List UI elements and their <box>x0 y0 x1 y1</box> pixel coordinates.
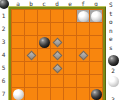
board-cell-a6[interactable] <box>12 75 24 87</box>
panel-title-letter: o <box>109 18 113 27</box>
board-cell-a3[interactable] <box>12 36 24 48</box>
board-cell-b1[interactable] <box>25 10 37 22</box>
board-cell-d3[interactable] <box>51 36 63 48</box>
row-label-4: 4 <box>0 49 7 61</box>
diamond-marker <box>52 37 62 47</box>
board-cell-e6[interactable] <box>64 75 76 87</box>
board-cell-a5[interactable] <box>12 62 24 74</box>
row-label-7: 7 <box>0 88 7 100</box>
black-stone[interactable] <box>91 89 102 100</box>
board-cell-f4[interactable] <box>77 49 89 61</box>
board-cell-f6[interactable] <box>77 75 89 87</box>
board-cell-a4[interactable] <box>12 49 24 61</box>
board-cell-d1[interactable] <box>51 10 63 22</box>
board-cell-g4[interactable] <box>90 49 102 61</box>
panel-title: Stones <box>109 1 113 53</box>
board-cell-e3[interactable] <box>64 36 76 48</box>
board-cell-g3[interactable] <box>90 36 102 48</box>
diamond-marker <box>78 50 88 60</box>
diamond-marker <box>52 63 62 73</box>
diamond-marker <box>26 50 36 60</box>
row-label-2: 2 <box>0 23 7 35</box>
board-cell-b5[interactable] <box>25 62 37 74</box>
panel-title-letter: s <box>109 44 113 53</box>
board-cell-g2[interactable] <box>90 23 102 35</box>
board-cell-b4[interactable] <box>25 49 37 61</box>
game-board <box>8 6 106 100</box>
board-cell-d2[interactable] <box>51 23 63 35</box>
board-cell-f1[interactable] <box>77 10 89 22</box>
panel-title-letter: n <box>109 27 113 36</box>
board-grid <box>11 9 103 100</box>
board-cell-e5[interactable] <box>64 62 76 74</box>
black-ball-icon <box>108 55 119 66</box>
board-cell-d6[interactable] <box>51 75 63 87</box>
white-stone[interactable] <box>13 89 24 100</box>
board-cell-c4[interactable] <box>38 49 50 61</box>
panel-title-letter: e <box>109 35 113 44</box>
row-label-1: 1 <box>0 10 7 22</box>
board-cell-a7[interactable] <box>12 88 24 100</box>
board-cell-c6[interactable] <box>38 75 50 87</box>
board-cell-a2[interactable] <box>12 23 24 35</box>
board-cell-e1[interactable] <box>64 10 76 22</box>
board-cell-d7[interactable] <box>51 88 63 100</box>
board-cell-d5[interactable] <box>51 62 63 74</box>
board-cell-b2[interactable] <box>25 23 37 35</box>
game-window: abcdefg 1234567 Stones 2 3 <box>0 0 120 100</box>
board-cell-b7[interactable] <box>25 88 37 100</box>
board-cell-c2[interactable] <box>38 23 50 35</box>
board-cell-f7[interactable] <box>77 88 89 100</box>
board-cell-c1[interactable] <box>38 10 50 22</box>
black-stone[interactable] <box>39 37 50 48</box>
board-cell-a1[interactable] <box>12 10 24 22</box>
board-cell-c3[interactable] <box>38 36 50 48</box>
board-cell-g1[interactable] <box>90 10 102 22</box>
row-label-5: 5 <box>0 62 7 74</box>
board-cell-c7[interactable] <box>38 88 50 100</box>
board-cell-g6[interactable] <box>90 75 102 87</box>
panel-title-letter: S <box>109 1 113 10</box>
board-cell-e2[interactable] <box>64 23 76 35</box>
row-label-3: 3 <box>0 36 7 48</box>
board-cell-e4[interactable] <box>64 49 76 61</box>
white-stone[interactable] <box>78 11 89 22</box>
stones-side-panel: Stones 2 3 <box>106 0 120 100</box>
white-stone[interactable] <box>91 11 102 22</box>
board-cell-f3[interactable] <box>77 36 89 48</box>
board-cell-g5[interactable] <box>90 62 102 74</box>
board-cell-g7[interactable] <box>90 88 102 100</box>
white-ball-icon <box>108 76 119 87</box>
board-cell-c5[interactable] <box>38 62 50 74</box>
board-cell-e7[interactable] <box>64 88 76 100</box>
board-cell-b3[interactable] <box>25 36 37 48</box>
diamond-marker <box>52 50 62 60</box>
board-cell-f2[interactable] <box>77 23 89 35</box>
board-cell-d4[interactable] <box>51 49 63 61</box>
black-stone-count: 2 <box>106 67 120 74</box>
board-cell-b6[interactable] <box>25 75 37 87</box>
row-label-6: 6 <box>0 75 7 87</box>
panel-title-letter: t <box>109 10 113 19</box>
board-cell-f5[interactable] <box>77 62 89 74</box>
white-stone-count: 3 <box>106 96 120 100</box>
